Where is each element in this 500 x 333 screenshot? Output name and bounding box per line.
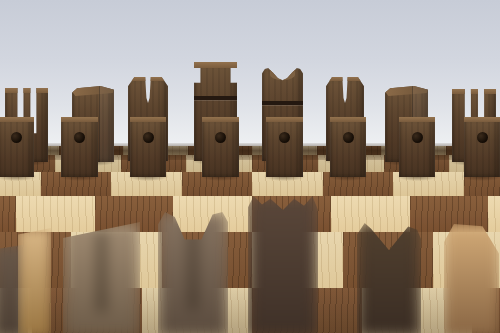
white-blurred-piece-2[interactable] (18, 228, 51, 333)
piece-top-face (202, 117, 239, 122)
piece-groove (262, 101, 303, 105)
piece-top-face (194, 62, 237, 68)
piece-top-face (130, 117, 166, 122)
white-blurred-piece-5[interactable] (248, 196, 318, 333)
black-pawn-d7[interactable] (202, 117, 239, 177)
piece-top-face (452, 89, 496, 94)
pawn-hole (215, 132, 226, 143)
black-pawn-h7[interactable] (464, 117, 500, 177)
pawn-hole (279, 132, 290, 143)
photo-canvas (0, 0, 500, 333)
white-piece-slot-shadow (98, 231, 105, 312)
piece-top-face (399, 117, 435, 122)
knight-facet (99, 86, 114, 162)
piece-top-face (0, 117, 34, 122)
square-b5 (16, 196, 95, 232)
pawn-hole (143, 132, 154, 143)
square-a5 (0, 196, 16, 232)
white-blurred-piece-3[interactable] (63, 222, 140, 333)
white-blurred-piece-7[interactable] (444, 224, 499, 333)
black-pawn-a7[interactable] (0, 117, 34, 177)
pawn-hole (477, 132, 488, 143)
pawn-hole (11, 132, 22, 143)
pawn-hole (343, 132, 354, 143)
black-pawn-b7[interactable] (61, 117, 98, 177)
piece-top-face (266, 117, 303, 122)
square-h5 (488, 196, 500, 232)
black-pawn-e7[interactable] (266, 117, 303, 177)
pawn-hole (412, 132, 423, 143)
square-f5 (331, 196, 410, 232)
piece-groove (194, 96, 237, 100)
black-pawn-f7[interactable] (330, 117, 366, 177)
black-pawn-c7[interactable] (130, 117, 166, 177)
piece-top-face (5, 88, 48, 93)
black-pawn-g7[interactable] (399, 117, 435, 177)
piece-top-face (464, 117, 500, 122)
pawn-hole (74, 132, 85, 143)
piece-top-face (61, 117, 98, 122)
piece-top-face (330, 117, 366, 122)
